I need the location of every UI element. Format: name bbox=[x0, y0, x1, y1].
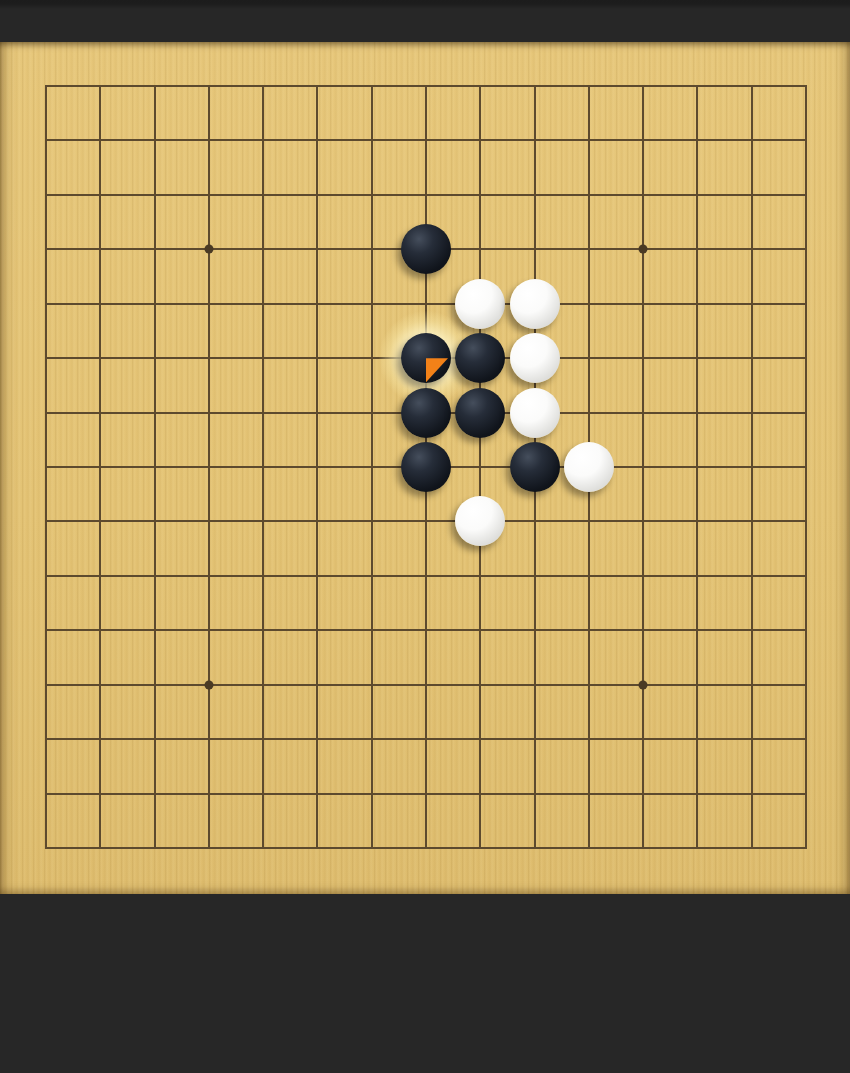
intersection[interactable] bbox=[182, 712, 236, 766]
intersection[interactable] bbox=[779, 222, 833, 276]
intersection[interactable] bbox=[236, 821, 290, 875]
stone-white bbox=[510, 333, 560, 383]
intersection[interactable] bbox=[19, 168, 73, 222]
bottom-app-bar bbox=[0, 894, 850, 1073]
intersection[interactable] bbox=[670, 821, 724, 875]
intersection[interactable] bbox=[507, 549, 561, 603]
intersection[interactable] bbox=[507, 113, 561, 167]
intersection[interactable] bbox=[290, 549, 344, 603]
intersection[interactable] bbox=[725, 331, 779, 385]
intersection[interactable] bbox=[290, 603, 344, 657]
intersection[interactable] bbox=[725, 222, 779, 276]
intersection[interactable] bbox=[453, 168, 507, 222]
intersection[interactable] bbox=[453, 603, 507, 657]
intersection[interactable] bbox=[779, 385, 833, 439]
stone-white bbox=[510, 279, 560, 329]
intersection[interactable] bbox=[453, 766, 507, 820]
intersection[interactable] bbox=[73, 603, 127, 657]
intersection[interactable] bbox=[670, 766, 724, 820]
intersection[interactable] bbox=[127, 657, 181, 711]
intersection[interactable] bbox=[127, 276, 181, 330]
intersection bbox=[399, 440, 453, 494]
intersection[interactable] bbox=[670, 113, 724, 167]
intersection[interactable] bbox=[182, 494, 236, 548]
intersection[interactable] bbox=[127, 331, 181, 385]
intersection[interactable] bbox=[73, 276, 127, 330]
intersection[interactable] bbox=[779, 603, 833, 657]
stone-black bbox=[401, 224, 451, 274]
intersection[interactable] bbox=[399, 603, 453, 657]
intersection[interactable] bbox=[507, 821, 561, 875]
intersection[interactable] bbox=[73, 494, 127, 548]
intersection[interactable] bbox=[236, 657, 290, 711]
intersection[interactable] bbox=[236, 276, 290, 330]
intersection[interactable] bbox=[399, 821, 453, 875]
intersection[interactable] bbox=[616, 603, 670, 657]
gomoku-board[interactable] bbox=[0, 42, 850, 894]
intersection[interactable] bbox=[453, 440, 507, 494]
intersection bbox=[507, 385, 561, 439]
intersection[interactable] bbox=[127, 168, 181, 222]
stone-black bbox=[510, 442, 560, 492]
intersection[interactable] bbox=[399, 494, 453, 548]
intersection[interactable] bbox=[453, 222, 507, 276]
intersection[interactable] bbox=[562, 821, 616, 875]
intersection[interactable] bbox=[127, 59, 181, 113]
intersection bbox=[562, 440, 616, 494]
intersection[interactable] bbox=[345, 549, 399, 603]
intersection[interactable] bbox=[562, 276, 616, 330]
intersection[interactable] bbox=[616, 168, 670, 222]
intersection[interactable] bbox=[779, 440, 833, 494]
intersection[interactable] bbox=[290, 657, 344, 711]
intersection[interactable] bbox=[399, 59, 453, 113]
intersection[interactable] bbox=[73, 766, 127, 820]
intersection[interactable] bbox=[616, 440, 670, 494]
intersection[interactable] bbox=[779, 276, 833, 330]
stone-white bbox=[510, 388, 560, 438]
intersection[interactable] bbox=[127, 549, 181, 603]
intersection[interactable] bbox=[399, 657, 453, 711]
intersection[interactable] bbox=[73, 331, 127, 385]
intersection[interactable] bbox=[453, 113, 507, 167]
intersection bbox=[453, 385, 507, 439]
intersection[interactable] bbox=[182, 222, 236, 276]
intersection[interactable] bbox=[182, 113, 236, 167]
top-app-bar bbox=[0, 0, 850, 42]
intersection[interactable] bbox=[290, 59, 344, 113]
intersection[interactable] bbox=[73, 113, 127, 167]
intersection[interactable] bbox=[725, 113, 779, 167]
intersection bbox=[453, 276, 507, 330]
intersection[interactable] bbox=[182, 766, 236, 820]
intersection[interactable] bbox=[670, 59, 724, 113]
intersection[interactable] bbox=[616, 331, 670, 385]
intersection[interactable] bbox=[399, 766, 453, 820]
intersection[interactable] bbox=[562, 385, 616, 439]
intersection[interactable] bbox=[236, 712, 290, 766]
intersection[interactable] bbox=[453, 712, 507, 766]
intersection[interactable] bbox=[670, 331, 724, 385]
intersection[interactable] bbox=[779, 113, 833, 167]
stone-white bbox=[564, 442, 614, 492]
intersection[interactable] bbox=[236, 331, 290, 385]
intersection[interactable] bbox=[779, 657, 833, 711]
intersection bbox=[507, 331, 561, 385]
intersection[interactable] bbox=[127, 385, 181, 439]
intersection[interactable] bbox=[562, 549, 616, 603]
intersection[interactable] bbox=[616, 821, 670, 875]
intersection[interactable] bbox=[19, 331, 73, 385]
intersection[interactable] bbox=[670, 712, 724, 766]
intersection[interactable] bbox=[345, 603, 399, 657]
intersection[interactable] bbox=[290, 440, 344, 494]
intersection[interactable] bbox=[562, 494, 616, 548]
intersection[interactable] bbox=[725, 168, 779, 222]
intersection[interactable] bbox=[562, 657, 616, 711]
stone-white bbox=[455, 279, 505, 329]
intersection[interactable] bbox=[725, 657, 779, 711]
intersection[interactable] bbox=[616, 549, 670, 603]
intersection[interactable] bbox=[290, 494, 344, 548]
intersection[interactable] bbox=[453, 59, 507, 113]
intersection[interactable] bbox=[73, 222, 127, 276]
intersection[interactable] bbox=[725, 712, 779, 766]
intersection[interactable] bbox=[345, 712, 399, 766]
intersection[interactable] bbox=[725, 494, 779, 548]
intersection[interactable] bbox=[562, 603, 616, 657]
intersection bbox=[399, 222, 453, 276]
intersection[interactable] bbox=[290, 712, 344, 766]
intersection[interactable] bbox=[73, 440, 127, 494]
intersection[interactable] bbox=[127, 494, 181, 548]
intersection[interactable] bbox=[236, 385, 290, 439]
intersection[interactable] bbox=[127, 222, 181, 276]
intersection[interactable] bbox=[127, 440, 181, 494]
intersection[interactable] bbox=[562, 59, 616, 113]
intersection[interactable] bbox=[725, 821, 779, 875]
intersection[interactable] bbox=[453, 657, 507, 711]
stone-black bbox=[401, 442, 451, 492]
intersection[interactable] bbox=[236, 549, 290, 603]
intersection[interactable] bbox=[616, 494, 670, 548]
intersection[interactable] bbox=[19, 385, 73, 439]
intersection[interactable] bbox=[670, 222, 724, 276]
intersection[interactable] bbox=[345, 440, 399, 494]
intersection[interactable] bbox=[290, 168, 344, 222]
intersection[interactable] bbox=[507, 603, 561, 657]
intersection[interactable] bbox=[345, 385, 399, 439]
intersection[interactable] bbox=[616, 657, 670, 711]
intersection[interactable] bbox=[290, 766, 344, 820]
intersection[interactable] bbox=[616, 222, 670, 276]
intersection[interactable] bbox=[236, 222, 290, 276]
intersection[interactable] bbox=[19, 222, 73, 276]
intersection[interactable] bbox=[236, 440, 290, 494]
intersection[interactable] bbox=[19, 657, 73, 711]
intersection[interactable] bbox=[290, 276, 344, 330]
intersection[interactable] bbox=[507, 712, 561, 766]
intersection[interactable] bbox=[345, 168, 399, 222]
intersection[interactable] bbox=[670, 603, 724, 657]
intersection[interactable] bbox=[345, 59, 399, 113]
intersection[interactable] bbox=[19, 766, 73, 820]
intersection[interactable] bbox=[182, 331, 236, 385]
intersection[interactable] bbox=[290, 222, 344, 276]
intersection[interactable] bbox=[345, 222, 399, 276]
intersection[interactable] bbox=[562, 331, 616, 385]
intersection[interactable] bbox=[182, 821, 236, 875]
intersection[interactable] bbox=[779, 766, 833, 820]
intersection[interactable] bbox=[779, 494, 833, 548]
intersection[interactable] bbox=[73, 657, 127, 711]
intersection[interactable] bbox=[725, 766, 779, 820]
intersection[interactable] bbox=[616, 385, 670, 439]
intersection[interactable] bbox=[453, 549, 507, 603]
intersection[interactable] bbox=[507, 494, 561, 548]
intersection[interactable] bbox=[779, 549, 833, 603]
intersection[interactable] bbox=[725, 276, 779, 330]
intersection[interactable] bbox=[507, 59, 561, 113]
intersection[interactable] bbox=[670, 657, 724, 711]
intersection[interactable] bbox=[779, 168, 833, 222]
intersection[interactable] bbox=[670, 440, 724, 494]
intersection[interactable] bbox=[562, 766, 616, 820]
intersection[interactable] bbox=[725, 385, 779, 439]
intersection[interactable] bbox=[127, 712, 181, 766]
intersection[interactable] bbox=[725, 549, 779, 603]
intersection[interactable] bbox=[562, 712, 616, 766]
intersection[interactable] bbox=[182, 603, 236, 657]
intersection[interactable] bbox=[725, 603, 779, 657]
intersection[interactable] bbox=[290, 821, 344, 875]
stone-black bbox=[401, 388, 451, 438]
intersection[interactable] bbox=[290, 113, 344, 167]
intersection[interactable] bbox=[616, 59, 670, 113]
intersection[interactable] bbox=[725, 59, 779, 113]
intersection[interactable] bbox=[616, 276, 670, 330]
intersection[interactable] bbox=[779, 331, 833, 385]
intersection[interactable] bbox=[670, 494, 724, 548]
intersection[interactable] bbox=[399, 168, 453, 222]
intersection[interactable] bbox=[345, 766, 399, 820]
intersection[interactable] bbox=[236, 494, 290, 548]
intersection[interactable] bbox=[345, 494, 399, 548]
intersection[interactable] bbox=[182, 59, 236, 113]
intersection[interactable] bbox=[19, 113, 73, 167]
intersection[interactable] bbox=[399, 549, 453, 603]
intersection[interactable] bbox=[290, 385, 344, 439]
intersection bbox=[453, 494, 507, 548]
intersection[interactable] bbox=[182, 385, 236, 439]
intersection[interactable] bbox=[670, 168, 724, 222]
intersection[interactable] bbox=[616, 766, 670, 820]
intersection[interactable] bbox=[779, 59, 833, 113]
intersection[interactable] bbox=[19, 59, 73, 113]
intersection[interactable] bbox=[73, 712, 127, 766]
intersection[interactable] bbox=[725, 440, 779, 494]
intersection[interactable] bbox=[562, 168, 616, 222]
intersection[interactable] bbox=[345, 657, 399, 711]
intersection[interactable] bbox=[73, 549, 127, 603]
intersection[interactable] bbox=[127, 603, 181, 657]
intersection[interactable] bbox=[182, 549, 236, 603]
intersection[interactable] bbox=[127, 113, 181, 167]
intersection[interactable] bbox=[670, 276, 724, 330]
intersection[interactable] bbox=[562, 222, 616, 276]
intersection[interactable] bbox=[19, 494, 73, 548]
intersection[interactable] bbox=[670, 385, 724, 439]
intersection[interactable] bbox=[399, 113, 453, 167]
intersection[interactable] bbox=[670, 549, 724, 603]
intersection[interactable] bbox=[236, 603, 290, 657]
intersection[interactable] bbox=[127, 766, 181, 820]
intersection[interactable] bbox=[73, 821, 127, 875]
intersection[interactable] bbox=[73, 168, 127, 222]
board-grid bbox=[19, 59, 833, 875]
intersection bbox=[507, 440, 561, 494]
intersection[interactable] bbox=[345, 113, 399, 167]
intersection[interactable] bbox=[236, 59, 290, 113]
intersection[interactable] bbox=[399, 712, 453, 766]
intersection[interactable] bbox=[236, 113, 290, 167]
intersection[interactable] bbox=[507, 168, 561, 222]
intersection[interactable] bbox=[19, 440, 73, 494]
intersection[interactable] bbox=[182, 168, 236, 222]
intersection[interactable] bbox=[453, 821, 507, 875]
intersection[interactable] bbox=[616, 113, 670, 167]
intersection[interactable] bbox=[562, 113, 616, 167]
intersection[interactable] bbox=[779, 712, 833, 766]
intersection[interactable] bbox=[507, 766, 561, 820]
intersection[interactable] bbox=[507, 657, 561, 711]
intersection bbox=[507, 276, 561, 330]
intersection[interactable] bbox=[236, 766, 290, 820]
intersection[interactable] bbox=[73, 385, 127, 439]
intersection[interactable] bbox=[345, 821, 399, 875]
stone-black bbox=[455, 388, 505, 438]
intersection[interactable] bbox=[182, 657, 236, 711]
intersection[interactable] bbox=[182, 276, 236, 330]
stone-white bbox=[455, 496, 505, 546]
intersection[interactable] bbox=[19, 549, 73, 603]
intersection[interactable] bbox=[236, 168, 290, 222]
intersection[interactable] bbox=[290, 331, 344, 385]
intersection[interactable] bbox=[19, 821, 73, 875]
intersection[interactable] bbox=[73, 59, 127, 113]
intersection[interactable] bbox=[345, 276, 399, 330]
intersection[interactable] bbox=[182, 440, 236, 494]
intersection[interactable] bbox=[19, 603, 73, 657]
intersection[interactable] bbox=[616, 712, 670, 766]
intersection[interactable] bbox=[507, 222, 561, 276]
intersection[interactable] bbox=[19, 712, 73, 766]
stone-black bbox=[455, 333, 505, 383]
intersection[interactable] bbox=[127, 821, 181, 875]
intersection bbox=[399, 331, 453, 385]
intersection[interactable] bbox=[779, 821, 833, 875]
intersection[interactable] bbox=[19, 276, 73, 330]
